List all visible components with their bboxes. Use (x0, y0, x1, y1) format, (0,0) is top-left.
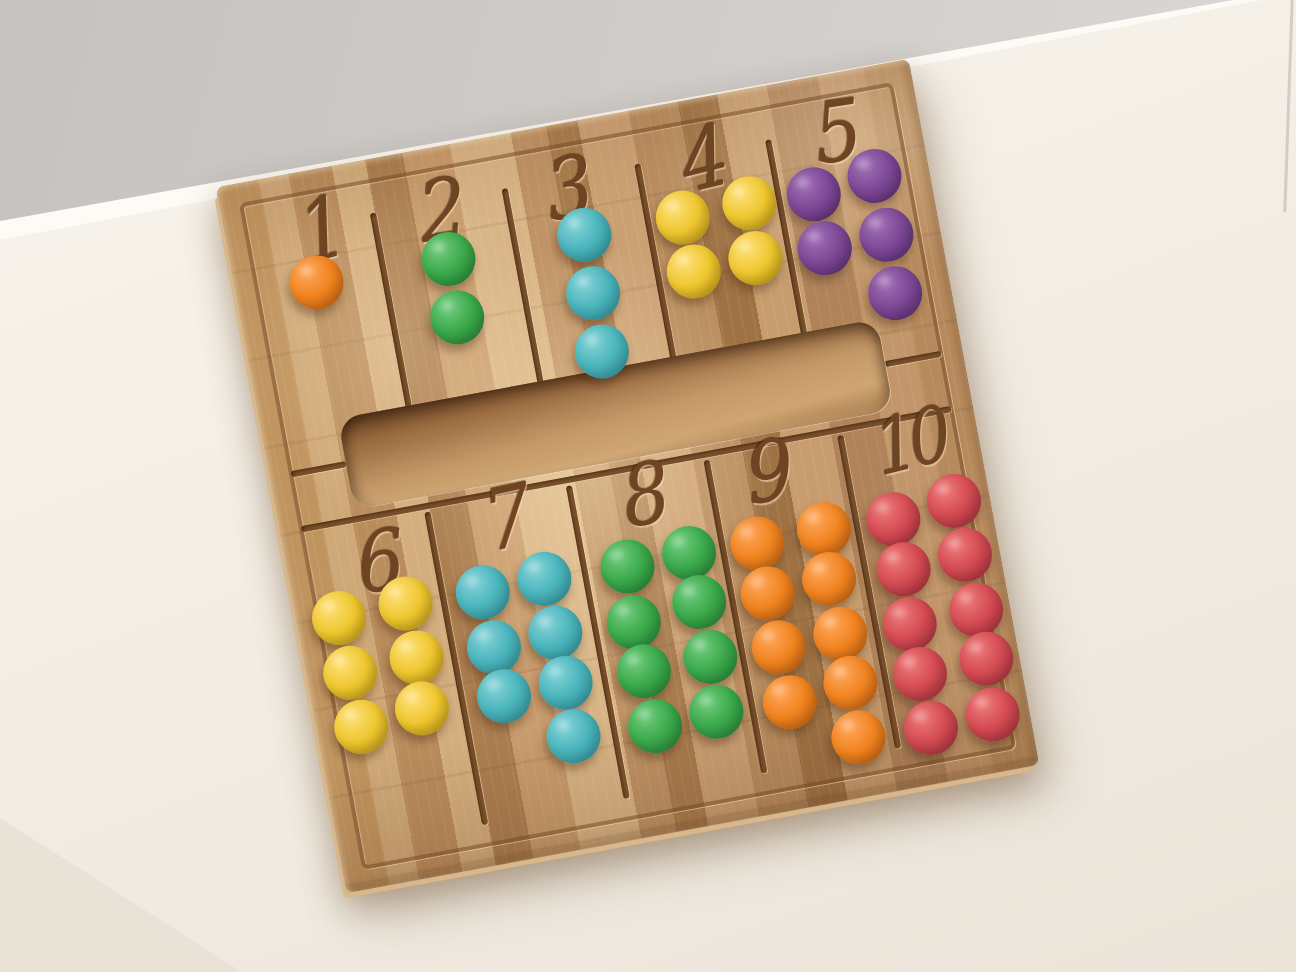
counting-board: 12345678910 (215, 59, 1039, 893)
table-side-edge (1283, 0, 1293, 212)
scene: 12345678910 (0, 0, 1296, 972)
